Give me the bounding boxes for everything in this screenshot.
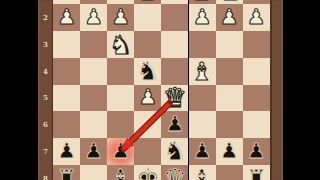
black-knight-d7[interactable]: ♞ <box>161 138 188 165</box>
square-g3[interactable] <box>80 31 107 58</box>
square-g5[interactable] <box>80 85 107 112</box>
square-b5[interactable] <box>216 85 243 112</box>
square-d2[interactable] <box>161 4 188 31</box>
chess-board[interactable]: ♜♞♝♚♜♟♟♟♟♟♟♞♝♛♟♜♝♛♚♝♜♟♟♟♞♟♟♟♟♞ <box>53 0 270 180</box>
square-h3[interactable] <box>53 31 80 58</box>
left-black-bar <box>0 0 38 180</box>
black-knight-e4[interactable]: ♞ <box>134 58 161 85</box>
rank-label-8: 8 <box>38 174 53 180</box>
square-c3[interactable] <box>189 31 216 58</box>
white-pawn-a2[interactable]: ♟ <box>243 4 270 31</box>
square-f6[interactable] <box>107 111 134 138</box>
square-h5[interactable] <box>53 85 80 112</box>
white-pawn-f2[interactable]: ♟ <box>107 4 134 31</box>
black-pawn-c7[interactable]: ♟ <box>189 138 216 165</box>
black-queen-d8[interactable]: ♛ <box>161 165 188 180</box>
white-pawn-c2[interactable]: ♟ <box>189 4 216 31</box>
black-king-e8[interactable]: ♚ <box>134 165 161 180</box>
black-rook-a8[interactable]: ♜ <box>243 165 270 180</box>
black-bishop-c8[interactable]: ♝ <box>189 165 216 180</box>
rank-label-3: 3 <box>38 40 53 49</box>
rank-label-5: 5 <box>38 93 53 102</box>
white-pawn-e5[interactable]: ♟ <box>134 85 161 112</box>
square-g8[interactable] <box>80 165 107 180</box>
rank-label-6: 6 <box>38 120 53 129</box>
black-bishop-f8[interactable]: ♝ <box>107 165 134 180</box>
black-pawn-d6[interactable]: ♟ <box>161 111 188 138</box>
black-pawn-g7[interactable]: ♟ <box>80 138 107 165</box>
white-knight-f3[interactable]: ♞ <box>107 31 134 58</box>
square-b4[interactable] <box>216 58 243 85</box>
rank-label-7: 7 <box>38 147 53 156</box>
square-e3[interactable] <box>134 31 161 58</box>
square-e7[interactable] <box>134 138 161 165</box>
square-b8[interactable] <box>216 165 243 180</box>
black-pawn-a7[interactable]: ♟ <box>243 138 270 165</box>
white-king-e1[interactable]: ♚ <box>134 0 161 4</box>
square-b6[interactable] <box>216 111 243 138</box>
square-a5[interactable] <box>243 85 270 112</box>
black-pawn-h7[interactable]: ♟ <box>53 138 80 165</box>
rank-label-2: 2 <box>38 13 53 22</box>
square-a3[interactable] <box>243 31 270 58</box>
square-a6[interactable] <box>243 111 270 138</box>
chess-screenshot: 12345678 ♜♞♝♚♜♟♟♟♟♟♟♞♝♛♟♜♝♛♚♝♜♟♟♟♞♟♟♟♟♞ <box>0 0 320 180</box>
black-pawn-b7[interactable]: ♟ <box>216 138 243 165</box>
square-h4[interactable] <box>53 58 80 85</box>
white-queen-d5[interactable]: ♛ <box>161 85 188 112</box>
black-pawn-f7[interactable]: ♟ <box>107 138 134 165</box>
square-a4[interactable] <box>243 58 270 85</box>
square-d4[interactable] <box>161 58 188 85</box>
black-rook-h8[interactable]: ♜ <box>53 165 80 180</box>
square-g4[interactable] <box>80 58 107 85</box>
right-black-bar <box>281 0 320 180</box>
board-right-border <box>269 0 283 180</box>
square-c5[interactable] <box>189 85 216 112</box>
white-bishop-c4[interactable]: ♝ <box>189 58 216 85</box>
white-pawn-h2[interactable]: ♟ <box>53 4 80 31</box>
square-e6[interactable] <box>134 111 161 138</box>
square-c6[interactable] <box>189 111 216 138</box>
square-f4[interactable] <box>107 58 134 85</box>
square-b3[interactable] <box>216 31 243 58</box>
square-h6[interactable] <box>53 111 80 138</box>
white-pawn-b2[interactable]: ♟ <box>216 4 243 31</box>
square-d3[interactable] <box>161 31 188 58</box>
rank-label-4: 4 <box>38 67 53 76</box>
square-f5[interactable] <box>107 85 134 112</box>
white-pawn-g2[interactable]: ♟ <box>80 4 107 31</box>
square-g6[interactable] <box>80 111 107 138</box>
square-e2[interactable] <box>134 4 161 31</box>
